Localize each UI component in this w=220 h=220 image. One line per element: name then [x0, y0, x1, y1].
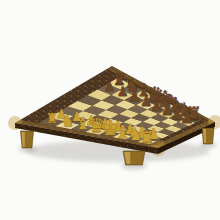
white-rook: ♜ [140, 128, 155, 147]
black-pawn: ♟ [117, 84, 129, 99]
chess-set-scene: ♜♟♞♟♝♟♛♟♚♟♝♟♞♟♟♜♟♜♟♟♞♟♝♟♛♟♚♟♝♟♞♜ [0, 0, 220, 220]
white-rook: ♜ [46, 110, 58, 126]
white-knight: ♞ [61, 112, 74, 130]
black-pawn: ♟ [180, 109, 194, 127]
black-pawn: ♟ [104, 79, 115, 94]
chess-set-product-photo: ♜♟♞♟♝♟♛♟♚♟♝♟♞♟♟♜♟♜♟♟♞♟♝♟♛♟♚♟♝♟♞♜ [0, 0, 220, 220]
